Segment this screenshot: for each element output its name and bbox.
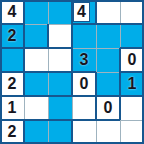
cell-r3c5-filled[interactable] [96, 48, 120, 72]
cell-r1c6-empty[interactable] [120, 0, 144, 24]
region-border-line [24, 119, 48, 121]
grid-line [48, 24, 72, 25]
clue-digit-r3c6: 0 [120, 48, 144, 72]
region-border-line [24, 95, 48, 97]
grid-line [120, 120, 144, 121]
frame-right [142, 0, 144, 144]
cell-r3c1-filled[interactable] [0, 48, 24, 72]
cell-r6c2-filled[interactable] [24, 120, 48, 144]
grid-line [96, 48, 97, 72]
cell-r5c2-empty[interactable] [24, 96, 48, 120]
clue-digit-r4c1: 2 [0, 72, 24, 96]
region-border-line [24, 47, 48, 49]
cell-r6c6-empty[interactable] [120, 120, 144, 144]
grid-line [96, 24, 97, 48]
grid-line [72, 96, 73, 120]
cell-r1c5-empty[interactable] [96, 0, 120, 24]
cell-r6c4-empty[interactable] [72, 120, 96, 144]
clue-digit-r4c4: 0 [72, 72, 96, 96]
cell-r5c3-filled[interactable] [48, 96, 72, 120]
puzzle-board: 44230201102 [0, 0, 144, 144]
cell-r4c2-filled[interactable] [24, 72, 48, 96]
region-border-line [24, 71, 48, 73]
clue-digit-r5c1: 1 [0, 96, 24, 120]
grid-line [48, 96, 49, 120]
cell-r1c3-filled[interactable] [48, 0, 72, 24]
grid-line [96, 72, 120, 73]
region-border-line [71, 120, 73, 144]
cell-r4c5-filled[interactable] [96, 72, 120, 96]
clue-digit-r1c1: 4 [0, 0, 24, 24]
cell-r5c4-empty[interactable] [72, 96, 96, 120]
cell-r2c6-filled[interactable] [120, 24, 144, 48]
cell-r2c5-filled[interactable] [96, 24, 120, 48]
clue-digit-r3c4: 3 [72, 48, 96, 72]
cell-r3c3-empty[interactable] [48, 48, 72, 72]
grid-line [48, 120, 49, 144]
clue-digit-r1c4: 4 [73, 2, 90, 26]
cell-r2c4-filled[interactable] [72, 24, 96, 48]
region-border-line [23, 48, 25, 72]
grid-line [120, 120, 121, 144]
clue-digit-r2c1: 2 [0, 24, 24, 48]
grid-line [48, 48, 49, 72]
clue-digit-r5c5: 0 [96, 96, 120, 120]
grid-line [96, 48, 120, 49]
frame-bottom [0, 142, 144, 144]
region-border-line [95, 0, 97, 24]
frame-top [0, 0, 144, 2]
cell-r5c6-empty[interactable] [120, 96, 144, 120]
clue-digit-r6c1: 2 [0, 120, 24, 144]
cell-r2c3-empty[interactable] [48, 24, 72, 48]
clue-digit-r4c6: 1 [120, 72, 144, 96]
region-border-line [72, 119, 96, 121]
region-border-line [71, 24, 73, 48]
frame-left [0, 0, 2, 144]
region-border-line [48, 95, 72, 97]
cell-r4c3-filled[interactable] [48, 72, 72, 96]
cell-r6c5-empty[interactable] [96, 120, 120, 144]
grid-line [24, 24, 48, 25]
region-border-line [48, 119, 72, 121]
region-border-line [48, 71, 72, 73]
region-border-line [47, 24, 49, 48]
cell-r6c3-filled[interactable] [48, 120, 72, 144]
cell-r1c2-filled[interactable] [24, 0, 48, 24]
region-border-line [96, 23, 120, 25]
grid-line [120, 24, 121, 48]
cell-r2c2-filled[interactable] [24, 24, 48, 48]
grid-line [96, 120, 97, 144]
grid-line [48, 72, 49, 96]
grid-line [24, 96, 25, 120]
region-border-line [48, 47, 72, 49]
grid-line [120, 0, 121, 24]
region-border-line [120, 23, 144, 25]
cell-r3c2-empty[interactable] [24, 48, 48, 72]
grid-line [48, 0, 49, 24]
